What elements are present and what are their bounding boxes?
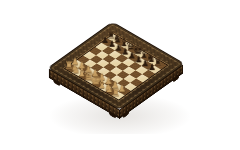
square-d5: [109, 59, 122, 67]
square-h1: ♜: [112, 91, 125, 99]
piece-white-rook: ♜: [106, 88, 124, 98]
product-photo: ♜♞♝♛♚♝♞♜♟♟♟♟♟♟♟♟♟♟♟♟♟♟♟♟♜♞♝♛♚♝♞♜: [0, 0, 240, 150]
square-h7: ♟: [148, 66, 161, 74]
piece-black-pawn: ♟: [143, 63, 161, 72]
